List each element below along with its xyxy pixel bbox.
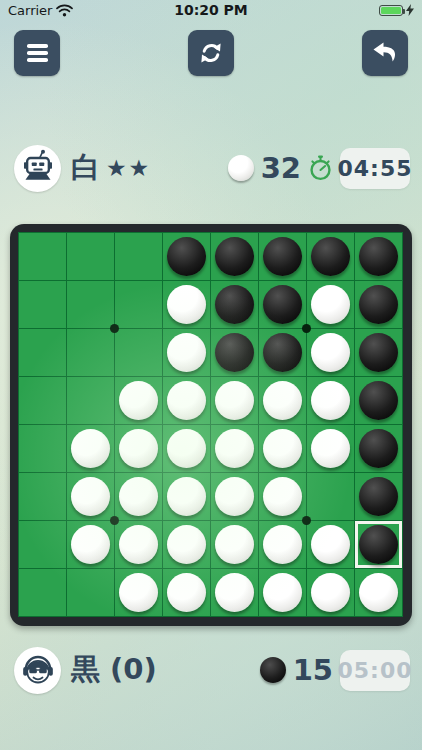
white-disc: [215, 429, 254, 468]
board-cell-c1[interactable]: [115, 233, 162, 280]
white-disc: [263, 381, 302, 420]
othello-board: [10, 224, 412, 626]
hamburger-icon: [27, 44, 48, 62]
black-disc: [359, 285, 398, 324]
black-player-name: 黒 (0): [71, 650, 157, 690]
board-cell-f1[interactable]: [259, 233, 306, 280]
white-disc: [263, 573, 302, 612]
toolbar: [14, 30, 408, 76]
board-cell-f5[interactable]: [259, 425, 306, 472]
black-disc: [263, 237, 302, 276]
board-cell-a5[interactable]: [19, 425, 66, 472]
board-cell-a4[interactable]: [19, 377, 66, 424]
white-player-row: 白 ★★ 32 04:55: [14, 143, 410, 193]
board-cell-h2[interactable]: [355, 281, 402, 328]
star-point-top-right: [302, 324, 311, 333]
black-player-row: 黒 (0) 15 05:00: [14, 645, 410, 695]
black-disc: [359, 525, 398, 564]
white-disc: [167, 285, 206, 324]
board-cell-e8[interactable]: [211, 569, 258, 616]
board-cell-d1[interactable]: [163, 233, 210, 280]
status-bar: Carrier 10:20 PM: [0, 0, 422, 20]
white-disc: [71, 525, 110, 564]
white-disc: [119, 477, 158, 516]
board-cell-c4[interactable]: [115, 377, 162, 424]
board-cell-e5[interactable]: [211, 425, 258, 472]
black-disc: [215, 285, 254, 324]
board-cell-b1[interactable]: [67, 233, 114, 280]
board-cell-d5[interactable]: [163, 425, 210, 472]
board-cell-h4[interactable]: [355, 377, 402, 424]
charging-bolt-icon: [406, 4, 414, 16]
board-cell-d8[interactable]: [163, 569, 210, 616]
robot-icon: [18, 148, 58, 188]
board-cell-d4[interactable]: [163, 377, 210, 424]
white-disc: [119, 573, 158, 612]
board-cell-e2[interactable]: [211, 281, 258, 328]
board-cell-g2[interactable]: [307, 281, 354, 328]
board-cell-h7[interactable]: [355, 521, 402, 568]
board-cell-c8[interactable]: [115, 569, 162, 616]
board-cell-e4[interactable]: [211, 377, 258, 424]
white-disc: [167, 573, 206, 612]
black-disc: [215, 333, 254, 372]
board-cell-b5[interactable]: [67, 425, 114, 472]
board-cell-b7[interactable]: [67, 521, 114, 568]
white-disc: [71, 477, 110, 516]
white-disc: [215, 525, 254, 564]
board-cell-c6[interactable]: [115, 473, 162, 520]
board-cell-d7[interactable]: [163, 521, 210, 568]
black-disc: [215, 237, 254, 276]
white-disc: [311, 429, 350, 468]
black-disc-count: 15: [293, 653, 333, 687]
board-cell-b8[interactable]: [67, 569, 114, 616]
black-disc: [167, 237, 206, 276]
white-player-avatar: [14, 145, 61, 192]
white-player-level-stars: ★★: [106, 155, 151, 181]
white-disc: [263, 477, 302, 516]
board-cell-h5[interactable]: [355, 425, 402, 472]
white-disc: [167, 477, 206, 516]
board-cell-b3[interactable]: [67, 329, 114, 376]
board-cell-c2[interactable]: [115, 281, 162, 328]
board-cell-f7[interactable]: [259, 521, 306, 568]
board-cell-g1[interactable]: [307, 233, 354, 280]
black-disc: [359, 429, 398, 468]
board-cell-e1[interactable]: [211, 233, 258, 280]
white-disc: [167, 525, 206, 564]
black-timer: 05:00: [340, 650, 410, 691]
board-cell-f4[interactable]: [259, 377, 306, 424]
white-disc: [215, 477, 254, 516]
menu-button[interactable]: [14, 30, 60, 76]
black-player-avatar: [14, 647, 61, 694]
board-cell-a3[interactable]: [19, 329, 66, 376]
board-cell-a7[interactable]: [19, 521, 66, 568]
board-cell-h6[interactable]: [355, 473, 402, 520]
black-disc: [263, 285, 302, 324]
board-cell-d2[interactable]: [163, 281, 210, 328]
board-cell-c7[interactable]: [115, 521, 162, 568]
white-player-name: 白: [71, 148, 100, 188]
board-cell-b6[interactable]: [67, 473, 114, 520]
black-disc: [359, 381, 398, 420]
white-disc: [359, 573, 398, 612]
white-disc: [311, 381, 350, 420]
new-game-button[interactable]: [188, 30, 234, 76]
board-cell-f3[interactable]: [259, 329, 306, 376]
white-disc-icon: [228, 155, 254, 181]
board-cell-e3[interactable]: [211, 329, 258, 376]
white-disc: [119, 429, 158, 468]
board-cell-d6[interactable]: [163, 473, 210, 520]
white-timer: 04:55: [340, 148, 410, 189]
star-point-bottom-left: [110, 516, 119, 525]
clock: 10:20 PM: [0, 2, 422, 18]
board-cell-f6[interactable]: [259, 473, 306, 520]
white-disc: [263, 429, 302, 468]
black-disc: [359, 237, 398, 276]
board-cell-e7[interactable]: [211, 521, 258, 568]
black-disc-icon: [260, 657, 286, 683]
battery-icon: [379, 5, 403, 16]
white-disc: [71, 429, 110, 468]
white-disc: [119, 381, 158, 420]
white-disc: [263, 525, 302, 564]
white-disc: [215, 381, 254, 420]
board-cell-a2[interactable]: [19, 281, 66, 328]
white-disc: [311, 525, 350, 564]
board-cell-a6[interactable]: [19, 473, 66, 520]
black-disc: [359, 477, 398, 516]
white-disc: [311, 573, 350, 612]
white-disc: [119, 525, 158, 564]
board-cell-h3[interactable]: [355, 329, 402, 376]
star-point-top-left: [110, 324, 119, 333]
board-cell-e6[interactable]: [211, 473, 258, 520]
board-cell-g8[interactable]: [307, 569, 354, 616]
board-cell-b4[interactable]: [67, 377, 114, 424]
board-cell-b2[interactable]: [67, 281, 114, 328]
board-cell-f8[interactable]: [259, 569, 306, 616]
board-cell-g6[interactable]: [307, 473, 354, 520]
person-headphones-icon: [18, 650, 58, 690]
board-cell-h8[interactable]: [355, 569, 402, 616]
board-cell-h1[interactable]: [355, 233, 402, 280]
black-disc: [263, 333, 302, 372]
board-cell-c3[interactable]: [115, 329, 162, 376]
board-cell-d3[interactable]: [163, 329, 210, 376]
white-disc-count: 32: [261, 151, 301, 185]
board-cell-g3[interactable]: [307, 329, 354, 376]
board-cell-c5[interactable]: [115, 425, 162, 472]
black-disc: [311, 237, 350, 276]
board-cell-g4[interactable]: [307, 377, 354, 424]
board-cell-f2[interactable]: [259, 281, 306, 328]
star-point-bottom-right: [302, 516, 311, 525]
white-disc: [167, 333, 206, 372]
stopwatch-icon: [308, 155, 333, 181]
undo-button[interactable]: [362, 30, 408, 76]
board-grid: [18, 232, 403, 617]
board-cell-g7[interactable]: [307, 521, 354, 568]
white-disc: [167, 429, 206, 468]
white-disc: [215, 573, 254, 612]
board-cell-a1[interactable]: [19, 233, 66, 280]
board-cell-a8[interactable]: [19, 569, 66, 616]
white-disc: [311, 285, 350, 324]
undo-arrow-icon: [371, 40, 399, 66]
black-disc: [359, 333, 398, 372]
refresh-icon: [198, 40, 224, 66]
white-disc: [167, 381, 206, 420]
white-disc: [311, 333, 350, 372]
board-cell-g5[interactable]: [307, 425, 354, 472]
